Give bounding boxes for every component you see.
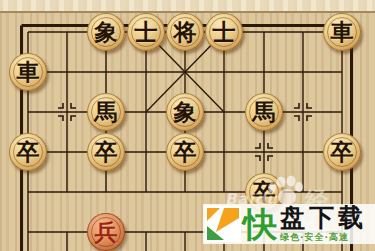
piece-glyph: 兵 bbox=[95, 221, 118, 244]
piece-black-馬[interactable]: 馬 bbox=[245, 93, 283, 131]
piece-glyph: 将 bbox=[174, 21, 197, 44]
piece-black-士[interactable]: 士 bbox=[205, 13, 243, 51]
piece-glyph: 象 bbox=[174, 101, 197, 124]
piece-glyph: 卒 bbox=[174, 141, 197, 164]
kuaipan-brand-black-text: 盘下载 bbox=[280, 205, 367, 230]
kuaipan-download-banner[interactable]: 快 盘下载 绿色·安全·高速 bbox=[203, 204, 375, 244]
piece-black-象[interactable]: 象 bbox=[87, 13, 125, 51]
piece-black-将[interactable]: 将 bbox=[166, 13, 204, 51]
piece-glyph: 卒 bbox=[253, 181, 276, 204]
piece-black-士[interactable]: 士 bbox=[127, 13, 165, 51]
kuaipan-tagline: 绿色·安全·高速 bbox=[280, 231, 367, 244]
piece-glyph: 士 bbox=[213, 21, 236, 44]
xiangqi-game-screen: 象士将士車車馬象馬卒卒卒卒卒兵 Baidu 经验 快 盘下载 绿色·安全·高速 bbox=[0, 0, 375, 251]
piece-glyph: 卒 bbox=[17, 141, 40, 164]
kuaipan-brand-column: 盘下载 绿色·安全·高速 bbox=[280, 205, 367, 244]
piece-black-卒[interactable]: 卒 bbox=[87, 133, 125, 171]
piece-black-象[interactable]: 象 bbox=[166, 93, 204, 131]
piece-glyph: 車 bbox=[17, 61, 40, 84]
piece-black-卒[interactable]: 卒 bbox=[166, 133, 204, 171]
piece-black-卒[interactable]: 卒 bbox=[9, 133, 47, 171]
piece-glyph: 馬 bbox=[253, 101, 276, 124]
piece-glyph: 士 bbox=[135, 21, 158, 44]
piece-black-車[interactable]: 車 bbox=[323, 13, 361, 51]
kuaipan-brand-green-char: 快 bbox=[243, 207, 277, 241]
piece-black-車[interactable]: 車 bbox=[9, 53, 47, 91]
piece-glyph: 車 bbox=[331, 21, 354, 44]
piece-black-卒[interactable]: 卒 bbox=[323, 133, 361, 171]
piece-glyph: 馬 bbox=[95, 101, 118, 124]
piece-black-馬[interactable]: 馬 bbox=[87, 93, 125, 131]
piece-red-兵[interactable]: 兵 bbox=[87, 213, 125, 251]
piece-glyph: 象 bbox=[95, 21, 118, 44]
kuaipan-k-logo-icon bbox=[205, 206, 241, 242]
piece-glyph: 卒 bbox=[95, 141, 118, 164]
piece-glyph: 卒 bbox=[331, 141, 354, 164]
